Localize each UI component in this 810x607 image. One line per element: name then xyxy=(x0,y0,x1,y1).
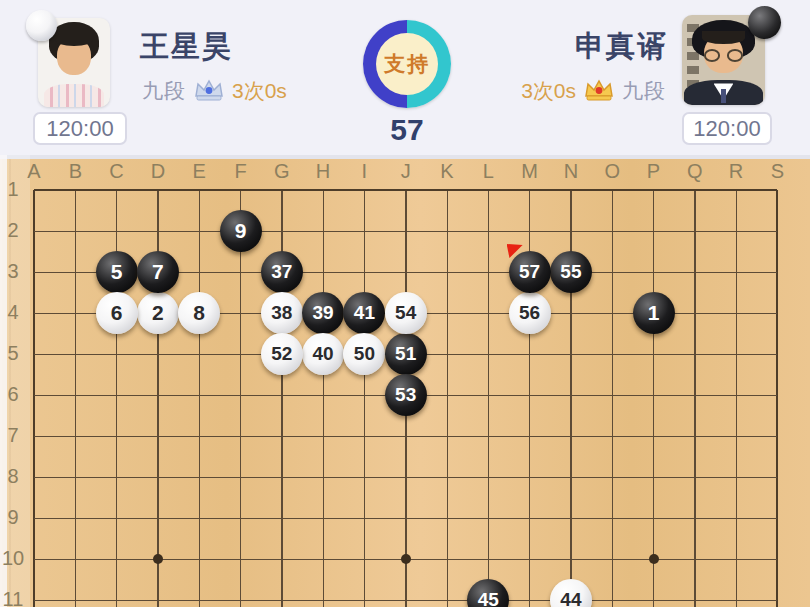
stone-white-H5: 40 xyxy=(302,333,344,375)
grid-vline-I xyxy=(364,190,365,607)
stone-move-number: 1 xyxy=(648,301,660,325)
stone-move-number: 7 xyxy=(152,260,164,284)
column-label-O: O xyxy=(597,160,627,183)
grid-vline-H xyxy=(323,190,324,607)
stone-move-number: 8 xyxy=(193,301,205,325)
grid-hline-1 xyxy=(34,189,777,191)
left-player-rank: 九段 xyxy=(142,77,186,105)
stone-move-number: 45 xyxy=(478,589,499,607)
row-label-8: 8 xyxy=(0,465,26,488)
left-player-name: 王星昊 xyxy=(140,27,233,67)
move-number: 57 xyxy=(353,113,461,147)
grid-vline-O xyxy=(612,190,613,607)
row-label-1: 1 xyxy=(0,178,26,201)
column-label-Q: Q xyxy=(680,160,710,183)
column-label-G: G xyxy=(267,160,297,183)
stone-black-H4: 39 xyxy=(302,292,344,334)
column-label-L: L xyxy=(473,160,503,183)
stone-white-D4: 2 xyxy=(137,292,179,334)
stone-black-I4: 41 xyxy=(343,292,385,334)
column-label-S: S xyxy=(762,160,792,183)
right-player-rank-row: 3次0s 九段 xyxy=(521,76,666,106)
avatar-shirt xyxy=(44,84,104,107)
stone-move-number: 54 xyxy=(395,302,416,324)
star-point-P10 xyxy=(649,554,659,564)
stone-move-number: 40 xyxy=(313,343,334,365)
column-label-I: I xyxy=(349,160,379,183)
avatar-glasses xyxy=(704,49,744,62)
column-label-J: J xyxy=(391,160,421,183)
grid-vline-S xyxy=(776,190,778,607)
column-label-P: P xyxy=(639,160,669,183)
stone-white-E4: 8 xyxy=(178,292,220,334)
star-point-J10 xyxy=(401,554,411,564)
row-label-7: 7 xyxy=(0,424,26,447)
stone-move-number: 50 xyxy=(354,343,375,365)
stone-move-number: 51 xyxy=(395,343,416,365)
stone-move-number: 2 xyxy=(152,301,164,325)
silver-crown-icon xyxy=(194,78,224,104)
grid-vline-A xyxy=(33,190,35,607)
stone-white-M4: 56 xyxy=(509,292,551,334)
stone-white-N11: 44 xyxy=(550,579,592,607)
go-board[interactable]: ABCDEFGHIJKLMNOPQRS123456789101112131415… xyxy=(0,155,810,607)
row-label-4: 4 xyxy=(0,301,26,324)
stone-black-F2: 9 xyxy=(220,210,262,252)
stone-move-number: 6 xyxy=(111,301,123,325)
black-stone-indicator-icon xyxy=(748,6,781,39)
support-vote-badge[interactable]: 支持 xyxy=(363,20,451,108)
stone-black-J6: 53 xyxy=(385,374,427,416)
support-label[interactable]: 支持 xyxy=(376,33,438,95)
grid-vline-P xyxy=(653,190,654,607)
avatar-tie xyxy=(721,89,726,103)
star-point-D10 xyxy=(153,554,163,564)
column-label-C: C xyxy=(102,160,132,183)
white-stone-indicator-icon xyxy=(26,10,57,41)
row-label-3: 3 xyxy=(0,260,26,283)
gold-crown-icon xyxy=(584,78,614,104)
stone-white-J4: 54 xyxy=(385,292,427,334)
left-player-rank-row: 九段 3次0s xyxy=(142,76,287,106)
stone-black-J5: 51 xyxy=(385,333,427,375)
column-label-N: N xyxy=(556,160,586,183)
row-label-5: 5 xyxy=(0,342,26,365)
stone-move-number: 44 xyxy=(560,589,581,607)
match-header: 王星昊 九段 3次0s 120:00 支持 57 申 xyxy=(0,0,810,155)
grid-hline-9 xyxy=(34,518,777,519)
row-label-9: 9 xyxy=(0,506,26,529)
column-label-F: F xyxy=(226,160,256,183)
stone-white-C4: 6 xyxy=(96,292,138,334)
row-label-10: 10 xyxy=(0,547,26,570)
stone-move-number: 39 xyxy=(313,302,334,324)
stone-black-C3: 5 xyxy=(96,251,138,293)
column-label-B: B xyxy=(60,160,90,183)
right-player-timer: 120:00 xyxy=(682,112,772,145)
grid-vline-E xyxy=(199,190,200,607)
grid-hline-11 xyxy=(34,600,777,601)
stone-white-G4: 38 xyxy=(261,292,303,334)
stone-move-number: 37 xyxy=(271,261,292,283)
stone-move-number: 57 xyxy=(519,261,540,283)
stone-white-I5: 50 xyxy=(343,333,385,375)
stone-black-G3: 37 xyxy=(261,251,303,293)
last-move-marker-icon xyxy=(507,244,523,258)
stone-black-P4: 1 xyxy=(633,292,675,334)
left-player-timeouts: 3次0s xyxy=(232,77,287,105)
stone-black-N3: 55 xyxy=(550,251,592,293)
stone-white-G5: 52 xyxy=(261,333,303,375)
grid-vline-F xyxy=(240,190,241,607)
right-player-name: 申真谞 xyxy=(575,27,668,67)
column-label-D: D xyxy=(143,160,173,183)
grid-hline-8 xyxy=(34,477,777,478)
grid-hline-2 xyxy=(34,231,777,232)
grid-vline-K xyxy=(447,190,448,607)
stone-black-D3: 7 xyxy=(137,251,179,293)
stone-move-number: 53 xyxy=(395,384,416,406)
column-label-E: E xyxy=(184,160,214,183)
column-label-H: H xyxy=(308,160,338,183)
right-player-timeouts: 3次0s xyxy=(521,77,576,105)
column-label-K: K xyxy=(432,160,462,183)
row-label-11: 11 xyxy=(0,588,26,607)
row-label-2: 2 xyxy=(0,219,26,242)
stone-black-M3: 57 xyxy=(509,251,551,293)
stone-move-number: 55 xyxy=(560,261,581,283)
grid-vline-Q xyxy=(694,190,695,607)
stone-move-number: 5 xyxy=(111,260,123,284)
stone-black-L11: 45 xyxy=(467,579,509,607)
grid-vline-R xyxy=(736,190,737,607)
avatar-bangs xyxy=(702,31,745,44)
go-broadcast-screen: 王星昊 九段 3次0s 120:00 支持 57 申 xyxy=(0,0,810,607)
right-player-rank: 九段 xyxy=(622,77,666,105)
stone-move-number: 41 xyxy=(354,302,375,324)
stone-move-number: 52 xyxy=(271,343,292,365)
stone-move-number: 9 xyxy=(235,219,247,243)
stone-move-number: 38 xyxy=(271,302,292,324)
grid-vline-B xyxy=(75,190,76,607)
left-player-timer: 120:00 xyxy=(33,112,127,145)
stone-move-number: 56 xyxy=(519,302,540,324)
grid-hline-7 xyxy=(34,436,777,437)
column-label-R: R xyxy=(721,160,751,183)
row-label-6: 6 xyxy=(0,383,26,406)
grid-vline-L xyxy=(488,190,489,607)
column-label-M: M xyxy=(515,160,545,183)
